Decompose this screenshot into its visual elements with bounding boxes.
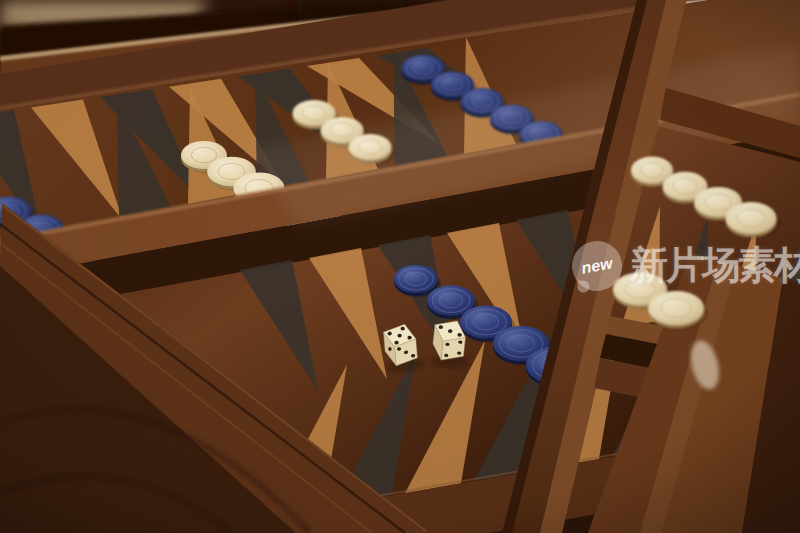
backgammon-board bbox=[0, 0, 800, 533]
vignette bbox=[0, 0, 800, 533]
photo-scene: new 新片场素材 bbox=[0, 0, 800, 533]
